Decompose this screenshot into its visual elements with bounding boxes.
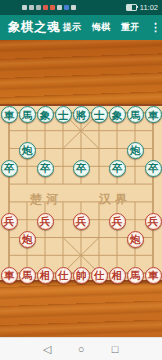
orange-app-notification-icon xyxy=(50,5,55,10)
piece-black-炮[interactable]: 炮 xyxy=(19,142,36,159)
piece-red-車[interactable]: 車 xyxy=(1,267,18,284)
app-notification-icon xyxy=(36,5,41,10)
signal-icon xyxy=(29,5,34,10)
battery-icon xyxy=(126,4,137,11)
undo-move-button[interactable]: 悔棋 xyxy=(92,21,110,34)
piece-black-象[interactable]: 象 xyxy=(37,106,54,123)
app-title: 象棋之魂 xyxy=(8,19,60,36)
piece-red-帥[interactable]: 帥 xyxy=(73,267,90,284)
river-label-right: 汉界 xyxy=(99,190,131,208)
app-bar-actions: 提示 悔棋 重开 ⋮ xyxy=(63,21,158,34)
piece-red-車[interactable]: 車 xyxy=(145,267,162,284)
piece-black-車[interactable]: 車 xyxy=(145,106,162,123)
piece-red-兵[interactable]: 兵 xyxy=(1,213,18,230)
light-app-notification-icon xyxy=(71,5,76,10)
piece-red-仕[interactable]: 仕 xyxy=(91,267,108,284)
piece-red-炮[interactable]: 炮 xyxy=(127,231,144,248)
piece-red-兵[interactable]: 兵 xyxy=(73,213,90,230)
blue-app-notification-icon xyxy=(64,5,69,10)
piece-red-炮[interactable]: 炮 xyxy=(19,231,36,248)
piece-black-馬[interactable]: 馬 xyxy=(19,106,36,123)
home-button[interactable]: ○ xyxy=(76,344,87,355)
board-grid-lines xyxy=(0,104,162,282)
hint-button[interactable]: 提示 xyxy=(63,21,81,34)
piece-black-卒[interactable]: 卒 xyxy=(145,160,162,177)
phone-screen: 11:02 象棋之魂 提示 悔棋 重开 ⋮ 楚河 汉界 車馬象士將士象馬車炮炮卒… xyxy=(0,0,162,360)
battery-level xyxy=(127,5,132,10)
piece-black-卒[interactable]: 卒 xyxy=(73,160,90,177)
notification-icons xyxy=(22,5,76,10)
piece-red-相[interactable]: 相 xyxy=(37,267,54,284)
piece-black-車[interactable]: 車 xyxy=(1,106,18,123)
piece-black-卒[interactable]: 卒 xyxy=(37,160,54,177)
piece-red-馬[interactable]: 馬 xyxy=(127,267,144,284)
piece-black-士[interactable]: 士 xyxy=(91,106,108,123)
piece-red-兵[interactable]: 兵 xyxy=(109,213,126,230)
overflow-menu-icon[interactable]: ⋮ xyxy=(150,21,158,34)
app-bar: 象棋之魂 提示 悔棋 重开 ⋮ xyxy=(0,15,162,40)
piece-red-相[interactable]: 相 xyxy=(109,267,126,284)
xiangqi-board[interactable]: 楚河 汉界 車馬象士將士象馬車炮炮卒卒卒卒卒兵兵兵兵兵炮炮車馬相仕帥仕相馬車 xyxy=(0,104,162,282)
piece-black-將[interactable]: 將 xyxy=(73,106,90,123)
recents-button[interactable]: □ xyxy=(110,344,121,355)
status-right: 11:02 xyxy=(126,4,158,12)
river-label-left: 楚河 xyxy=(30,190,62,208)
piece-red-仕[interactable]: 仕 xyxy=(55,267,72,284)
piece-red-兵[interactable]: 兵 xyxy=(37,213,54,230)
navigation-bar: ◁ ○ □ xyxy=(0,337,162,360)
status-bar: 11:02 xyxy=(0,0,162,15)
red-app-notification-icon xyxy=(43,5,48,10)
piece-black-卒[interactable]: 卒 xyxy=(1,160,18,177)
piece-black-士[interactable]: 士 xyxy=(55,106,72,123)
piece-red-馬[interactable]: 馬 xyxy=(19,267,36,284)
piece-red-兵[interactable]: 兵 xyxy=(145,213,162,230)
piece-black-象[interactable]: 象 xyxy=(109,106,126,123)
restart-button[interactable]: 重开 xyxy=(121,21,139,34)
piece-black-卒[interactable]: 卒 xyxy=(109,160,126,177)
gray-app-notification-icon xyxy=(57,5,62,10)
back-button[interactable]: ◁ xyxy=(42,344,53,355)
piece-black-馬[interactable]: 馬 xyxy=(127,106,144,123)
status-clock: 11:02 xyxy=(140,4,158,12)
notification-icon xyxy=(22,5,27,10)
piece-black-炮[interactable]: 炮 xyxy=(127,142,144,159)
